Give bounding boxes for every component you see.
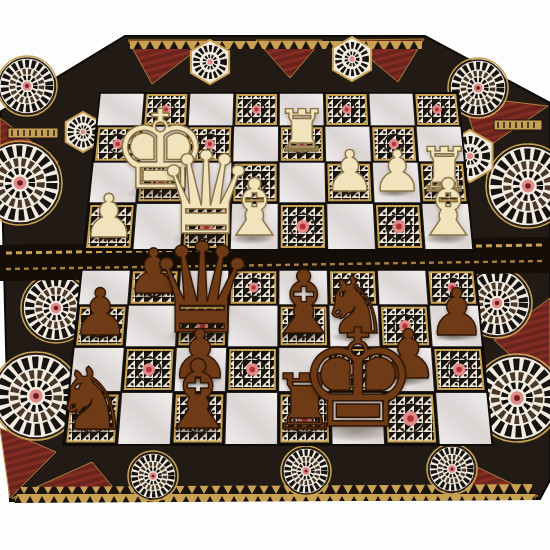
square-g4[interactable] [378,271,428,305]
square-h1[interactable] [436,393,491,444]
square-f6[interactable] [325,162,373,203]
square-e5[interactable] [279,203,328,250]
gold-inlay-strip [494,120,542,130]
chess-board [0,0,550,550]
square-b1[interactable] [118,393,172,444]
square-f5[interactable] [327,204,375,249]
rosette-medallion [281,446,331,496]
square-a7[interactable] [93,126,142,162]
square-e1[interactable] [278,392,332,445]
square-e6[interactable] [280,163,326,202]
square-f7[interactable] [325,127,370,162]
square-a1[interactable] [64,392,122,445]
square-a6[interactable] [90,163,139,202]
square-b2[interactable] [121,347,176,392]
square-f1[interactable] [332,393,385,444]
square-c5[interactable] [181,203,231,250]
square-c7[interactable] [186,126,234,162]
square-e4[interactable] [279,271,327,305]
hexagon-medallion [333,37,371,81]
square-d2[interactable] [226,347,278,392]
square-a3[interactable] [74,305,129,347]
square-c4[interactable] [179,271,228,305]
rosette-medallion [0,56,57,116]
square-d8[interactable] [233,93,279,126]
square-e8[interactable] [280,94,324,126]
square-e2[interactable] [279,348,329,391]
square-h3[interactable] [430,306,482,346]
square-b6[interactable] [136,162,186,203]
square-h8[interactable] [413,93,461,126]
gold-inlay-strip [8,128,58,138]
square-f8[interactable] [324,93,370,126]
square-c1[interactable] [171,392,226,445]
frame-zigzag-band [130,41,422,49]
rosette-medallion [128,451,178,501]
square-b3[interactable] [126,306,177,346]
square-a8[interactable] [98,94,144,126]
square-g8[interactable] [369,94,414,126]
square-c8[interactable] [189,94,234,126]
hexagon-medallion [191,40,229,84]
square-h6[interactable] [418,162,469,203]
square-d5[interactable] [231,204,278,249]
square-c6[interactable] [185,163,232,202]
square-c3[interactable] [176,305,228,347]
square-b4[interactable] [128,270,180,305]
square-d6[interactable] [231,162,279,203]
board-photo-stage: ♜♚♟♟♜♟♛♝♝♟♟♛♝♞♟♟♟♞♝♜♚ [0,0,550,550]
square-b5[interactable] [134,204,183,249]
square-b7[interactable] [140,127,187,162]
square-h7[interactable] [417,127,464,162]
square-e7[interactable] [279,126,326,162]
square-g7[interactable] [370,126,418,162]
square-a2[interactable] [70,348,124,391]
square-g3[interactable] [379,305,432,347]
square-e3[interactable] [278,305,329,347]
square-f2[interactable] [329,347,382,392]
square-f3[interactable] [330,306,380,346]
square-g1[interactable] [383,392,439,445]
square-d3[interactable] [228,306,277,346]
square-d4[interactable] [228,270,278,305]
square-g2[interactable] [382,348,434,391]
square-h5[interactable] [422,204,472,249]
square-b8[interactable] [142,93,189,126]
square-d7[interactable] [233,127,278,162]
square-a4[interactable] [79,271,130,305]
square-h2[interactable] [432,347,488,392]
square-g6[interactable] [373,163,421,202]
square-c2[interactable] [175,348,227,391]
rosette-medallion [427,444,477,494]
square-d1[interactable] [225,393,277,444]
square-f4[interactable] [328,270,379,305]
square-a5[interactable] [84,203,136,250]
square-h4[interactable] [426,270,479,305]
square-g5[interactable] [374,203,425,250]
